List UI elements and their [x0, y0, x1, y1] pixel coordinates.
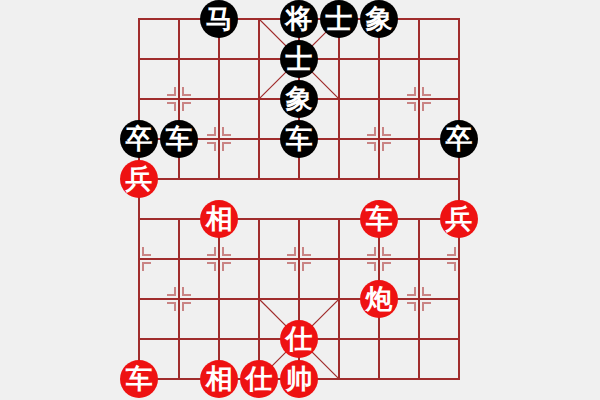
piece-red-advisor-2[interactable]: 仕 [240, 360, 278, 398]
piece-glyph: 卒 [446, 125, 473, 152]
piece-black-pawn-2[interactable]: 卒 [440, 120, 478, 158]
app-background: 马将士象士象卒车车卒兵相车兵炮仕车相仕帅 [0, 0, 600, 400]
piece-glyph: 象 [366, 5, 393, 32]
piece-black-general[interactable]: 将 [280, 0, 318, 38]
piece-glyph: 帅 [286, 365, 313, 392]
piece-black-horse[interactable]: 马 [200, 0, 238, 38]
piece-glyph: 仕 [286, 325, 313, 352]
piece-red-advisor-1[interactable]: 仕 [280, 320, 318, 358]
piece-red-pawn-1[interactable]: 兵 [120, 160, 158, 198]
piece-glyph: 车 [366, 205, 393, 232]
piece-glyph: 兵 [126, 165, 153, 192]
piece-black-pawn-1[interactable]: 卒 [120, 120, 158, 158]
piece-glyph: 将 [286, 5, 313, 32]
piece-red-general[interactable]: 帅 [280, 360, 318, 398]
xiangqi-board[interactable]: 马将士象士象卒车车卒兵相车兵炮仕车相仕帅 [119, 0, 479, 399]
piece-glyph: 卒 [126, 125, 153, 152]
piece-glyph: 相 [206, 205, 233, 232]
piece-red-pawn-2[interactable]: 兵 [440, 200, 478, 238]
piece-black-chariot-1[interactable]: 车 [160, 120, 198, 158]
piece-glyph: 兵 [446, 205, 473, 232]
piece-glyph: 马 [206, 5, 233, 32]
piece-black-elephant-2[interactable]: 象 [280, 80, 318, 118]
piece-glyph: 士 [326, 5, 353, 32]
piece-glyph: 象 [286, 85, 313, 112]
piece-red-chariot-1[interactable]: 车 [360, 200, 398, 238]
piece-red-cannon[interactable]: 炮 [360, 280, 398, 318]
piece-black-advisor-2[interactable]: 士 [280, 40, 318, 78]
piece-black-elephant-1[interactable]: 象 [360, 0, 398, 38]
piece-black-advisor-1[interactable]: 士 [320, 0, 358, 38]
piece-glyph: 车 [286, 125, 313, 152]
piece-red-elephant-1[interactable]: 相 [200, 200, 238, 238]
piece-glyph: 车 [166, 125, 193, 152]
piece-glyph: 车 [126, 365, 153, 392]
piece-glyph: 士 [286, 45, 313, 72]
piece-glyph: 炮 [366, 285, 393, 312]
piece-red-elephant-2[interactable]: 相 [200, 360, 238, 398]
piece-glyph: 仕 [246, 365, 273, 392]
piece-glyph: 相 [206, 365, 233, 392]
piece-black-chariot-2[interactable]: 车 [280, 120, 318, 158]
piece-red-chariot-2[interactable]: 车 [120, 360, 158, 398]
